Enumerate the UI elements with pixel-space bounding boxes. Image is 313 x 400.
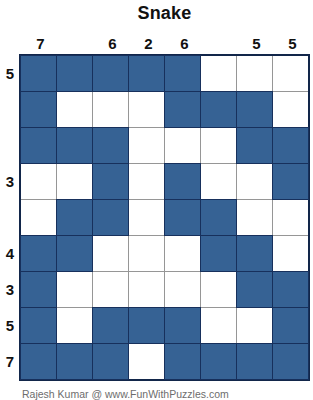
cell-r9c1-filled <box>21 344 56 379</box>
cell-r1c6-empty <box>201 56 236 91</box>
cell-r1c1-filled <box>21 56 56 91</box>
cell-r2c3-empty <box>93 92 128 127</box>
cell-r9c8-filled <box>273 344 308 379</box>
cell-r3c7-filled <box>237 128 272 163</box>
cell-r5c4-empty <box>129 200 164 235</box>
cell-r6c4-empty <box>129 236 164 271</box>
cell-r7c7-filled <box>237 272 272 307</box>
cell-r6c8-empty <box>273 236 308 271</box>
cell-r1c4-filled <box>129 56 164 91</box>
cell-r7c2-empty <box>57 272 92 307</box>
top-clue-col2 <box>59 28 94 54</box>
cell-r1c7-empty <box>237 56 272 91</box>
puzzle-title: Snake <box>21 0 308 28</box>
snake-puzzle-page: Snake 762655 534357 Rajesh Kumar @ www.F… <box>0 0 313 400</box>
cell-r4c3-filled <box>93 164 128 199</box>
left-clue-row3 <box>0 128 19 163</box>
cell-r6c2-filled <box>57 236 92 271</box>
cell-r3c1-filled <box>21 128 56 163</box>
cell-r3c4-empty <box>129 128 164 163</box>
credit-caption: Rajesh Kumar @ www.FunWithPuzzles.com <box>22 388 313 400</box>
cell-r2c4-empty <box>129 92 164 127</box>
cell-r8c8-filled <box>273 308 308 343</box>
cell-r8c3-filled <box>93 308 128 343</box>
cell-r6c7-filled <box>237 236 272 271</box>
cell-r8c7-empty <box>237 308 272 343</box>
cell-r9c4-empty <box>129 344 164 379</box>
left-clue-row2 <box>0 92 19 127</box>
cell-r5c1-empty <box>21 200 56 235</box>
cell-r7c5-empty <box>165 272 200 307</box>
cell-r9c3-filled <box>93 344 128 379</box>
snake-grid <box>19 54 310 381</box>
cell-r5c5-filled <box>165 200 200 235</box>
top-clue-col3: 6 <box>95 28 130 54</box>
left-clue-row9: 7 <box>0 344 19 379</box>
cell-r2c8-empty <box>273 92 308 127</box>
cell-r5c3-filled <box>93 200 128 235</box>
left-clue-row6: 4 <box>0 236 19 271</box>
left-clue-row4: 3 <box>0 164 19 199</box>
cell-r1c5-filled <box>165 56 200 91</box>
top-clue-col5: 6 <box>167 28 202 54</box>
cell-r6c6-filled <box>201 236 236 271</box>
cell-r3c5-empty <box>165 128 200 163</box>
row-clues: 534357 <box>0 54 19 379</box>
cell-r3c3-filled <box>93 128 128 163</box>
cell-r4c2-empty <box>57 164 92 199</box>
left-clue-row5 <box>0 200 19 235</box>
cell-r9c2-filled <box>57 344 92 379</box>
cell-r1c8-empty <box>273 56 308 91</box>
cell-r9c7-filled <box>237 344 272 379</box>
left-clue-row7: 3 <box>0 272 19 307</box>
top-clue-col7: 5 <box>239 28 274 54</box>
cell-r6c3-empty <box>93 236 128 271</box>
top-clue-col8: 5 <box>275 28 310 54</box>
column-clues: 762655 <box>23 28 313 54</box>
cell-r5c6-filled <box>201 200 236 235</box>
cell-r7c1-filled <box>21 272 56 307</box>
cell-r1c3-filled <box>93 56 128 91</box>
cell-r7c3-empty <box>93 272 128 307</box>
cell-r9c5-filled <box>165 344 200 379</box>
cell-r8c2-empty <box>57 308 92 343</box>
left-clue-row8: 5 <box>0 308 19 343</box>
top-clue-col4: 2 <box>131 28 166 54</box>
left-clue-row1: 5 <box>0 56 19 91</box>
cell-r3c8-filled <box>273 128 308 163</box>
puzzle-board: 534357 <box>0 54 313 381</box>
cell-r5c8-empty <box>273 200 308 235</box>
cell-r3c2-filled <box>57 128 92 163</box>
top-clue-col1: 7 <box>23 28 58 54</box>
cell-r8c5-filled <box>165 308 200 343</box>
cell-r6c1-filled <box>21 236 56 271</box>
cell-r8c6-empty <box>201 308 236 343</box>
cell-r8c4-filled <box>129 308 164 343</box>
cell-r4c1-empty <box>21 164 56 199</box>
cell-r2c2-empty <box>57 92 92 127</box>
cell-r7c8-filled <box>273 272 308 307</box>
cell-r5c2-filled <box>57 200 92 235</box>
cell-r2c7-filled <box>237 92 272 127</box>
cell-r7c4-empty <box>129 272 164 307</box>
cell-r4c6-empty <box>201 164 236 199</box>
top-clue-col6 <box>203 28 238 54</box>
cell-r8c1-filled <box>21 308 56 343</box>
cell-r1c2-filled <box>57 56 92 91</box>
cell-r5c7-empty <box>237 200 272 235</box>
cell-r3c6-empty <box>201 128 236 163</box>
cell-r4c8-filled <box>273 164 308 199</box>
cell-r9c6-filled <box>201 344 236 379</box>
cell-r2c5-filled <box>165 92 200 127</box>
cell-r7c6-empty <box>201 272 236 307</box>
cell-r6c5-empty <box>165 236 200 271</box>
cell-r4c7-empty <box>237 164 272 199</box>
cell-r4c4-empty <box>129 164 164 199</box>
cell-r2c6-filled <box>201 92 236 127</box>
cell-r4c5-filled <box>165 164 200 199</box>
cell-r2c1-filled <box>21 92 56 127</box>
